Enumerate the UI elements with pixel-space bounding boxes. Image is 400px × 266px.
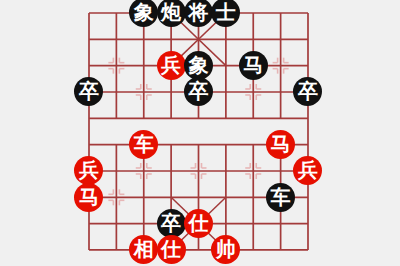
black-cannon-piece[interactable]: 炮 bbox=[157, 0, 186, 27]
red-horse-piece[interactable]: 马 bbox=[74, 183, 103, 212]
red-pawn-piece[interactable]: 兵 bbox=[293, 156, 322, 185]
xiangqi-board[interactable]: 象炮将士兵象马卒卒卒车马兵兵马车卒仕相仕帅 bbox=[75, 0, 321, 263]
red-advisor-piece[interactable]: 仕 bbox=[184, 209, 213, 238]
red-advisor-piece[interactable]: 仕 bbox=[157, 235, 186, 264]
black-chariot-piece[interactable]: 车 bbox=[266, 183, 295, 212]
red-pawn-piece[interactable]: 兵 bbox=[74, 156, 103, 185]
black-advisor-piece[interactable]: 士 bbox=[211, 0, 240, 27]
red-general-piece[interactable]: 帅 bbox=[211, 235, 240, 264]
red-elephant-piece[interactable]: 相 bbox=[129, 235, 158, 264]
black-pawn-piece[interactable]: 卒 bbox=[293, 77, 322, 106]
black-horse-piece[interactable]: 马 bbox=[239, 51, 268, 80]
black-pawn-piece[interactable]: 卒 bbox=[74, 77, 103, 106]
xiangqi-app: 象炮将士兵象马卒卒卒车马兵兵马车卒仕相仕帅 bbox=[0, 0, 400, 266]
black-general-piece[interactable]: 将 bbox=[184, 0, 213, 27]
black-elephant-piece[interactable]: 象 bbox=[184, 51, 213, 80]
black-elephant-piece[interactable]: 象 bbox=[129, 0, 158, 27]
black-pawn-piece[interactable]: 卒 bbox=[157, 209, 186, 238]
red-chariot-piece[interactable]: 车 bbox=[129, 130, 158, 159]
red-horse-piece[interactable]: 马 bbox=[266, 130, 295, 159]
red-pawn-piece[interactable]: 兵 bbox=[157, 51, 186, 80]
black-pawn-piece[interactable]: 卒 bbox=[184, 77, 213, 106]
